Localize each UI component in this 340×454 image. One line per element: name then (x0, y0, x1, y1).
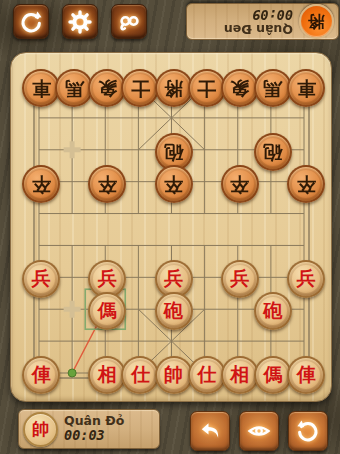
red-pawn-glyph: 兵 (297, 266, 316, 292)
black-advisor-glyph: 士 (197, 75, 216, 101)
piece-red-pawn[interactable]: 兵 (221, 260, 259, 298)
black-chariot-glyph: 車 (297, 75, 316, 101)
piece-red-cannon[interactable]: 砲 (155, 292, 193, 330)
piece-red-chariot[interactable]: 俥 (22, 356, 60, 394)
black-badge-glyph: 將 (308, 10, 325, 33)
black-cannon-glyph: 砲 (164, 139, 183, 165)
glasses-icon (117, 10, 141, 34)
black-pawn-glyph: 卒 (32, 171, 51, 197)
red-advisor-glyph: 仕 (197, 362, 216, 388)
black-elephant-glyph: 象 (230, 75, 249, 101)
piece-black-cannon[interactable]: 砲 (254, 133, 292, 171)
black-horse-glyph: 馬 (263, 75, 282, 101)
hint-button[interactable] (239, 411, 279, 451)
red-cannon-glyph: 砲 (164, 298, 183, 324)
restart-button[interactable] (288, 411, 328, 451)
red-general-badge: 帥 (23, 412, 58, 447)
red-elephant-glyph: 相 (98, 362, 117, 388)
black-general-badge: 將 (299, 4, 334, 39)
red-advisor-glyph: 仕 (131, 362, 150, 388)
red-pawn-glyph: 兵 (98, 266, 117, 292)
gear-icon (68, 10, 92, 34)
piece-black-pawn[interactable]: 卒 (22, 165, 60, 203)
black-pawn-glyph: 卒 (297, 171, 316, 197)
undo-button[interactable] (190, 411, 230, 451)
piece-red-advisor[interactable]: 仕 (121, 356, 159, 394)
piece-red-pawn[interactable]: 兵 (287, 260, 325, 298)
black-general-glyph: 將 (164, 75, 183, 101)
black-player-panel: 將 Quân Đen 00:09 (186, 3, 339, 40)
piece-black-pawn[interactable]: 卒 (155, 165, 193, 203)
piece-red-advisor[interactable]: 仕 (188, 356, 226, 394)
piece-red-general[interactable]: 帥 (155, 356, 193, 394)
piece-black-advisor[interactable]: 士 (121, 69, 159, 107)
black-player-name: Quân Đen (224, 22, 293, 36)
piece-red-cannon[interactable]: 砲 (254, 292, 292, 330)
undo-arrow-icon (198, 419, 222, 443)
red-badge-glyph: 帥 (32, 418, 49, 441)
rotate-cw-icon (19, 10, 43, 34)
red-player-name: Quân Đỏ (64, 414, 124, 428)
red-horse-glyph: 傌 (98, 298, 117, 324)
piece-black-advisor[interactable]: 士 (188, 69, 226, 107)
xiangqi-board[interactable]: 車馬象士將士象馬車砲砲卒卒卒卒卒兵兵兵兵兵傌砲砲俥相仕帥仕相傌俥 (10, 52, 332, 402)
black-player-clock: 00:09 (224, 7, 293, 23)
red-pawn-glyph: 兵 (32, 266, 51, 292)
piece-red-pawn[interactable]: 兵 (22, 260, 60, 298)
black-advisor-glyph: 士 (131, 75, 150, 101)
red-player-clock: 00:03 (64, 428, 124, 444)
red-player-panel: 帥 Quân Đỏ 00:03 (18, 409, 160, 449)
red-horse-glyph: 傌 (263, 362, 282, 388)
piece-black-pawn[interactable]: 卒 (221, 165, 259, 203)
spectate-button[interactable] (111, 4, 147, 39)
black-pawn-glyph: 卒 (98, 171, 117, 197)
piece-black-general[interactable]: 將 (155, 69, 193, 107)
red-chariot-glyph: 俥 (297, 362, 316, 388)
rotate-board-button[interactable] (13, 4, 49, 39)
red-general-glyph: 帥 (164, 362, 183, 388)
red-pawn-glyph: 兵 (164, 266, 183, 292)
black-cannon-glyph: 砲 (263, 139, 282, 165)
black-pawn-glyph: 卒 (230, 171, 249, 197)
red-chariot-glyph: 俥 (32, 362, 51, 388)
black-elephant-glyph: 象 (98, 75, 117, 101)
black-horse-glyph: 馬 (65, 75, 84, 101)
rotate-ccw-icon (296, 419, 320, 443)
settings-button[interactable] (62, 4, 98, 39)
piece-black-pawn[interactable]: 卒 (287, 165, 325, 203)
piece-black-chariot[interactable]: 車 (287, 69, 325, 107)
eye-icon (247, 419, 271, 443)
black-chariot-glyph: 車 (32, 75, 51, 101)
red-elephant-glyph: 相 (230, 362, 249, 388)
black-pawn-glyph: 卒 (164, 171, 183, 197)
piece-black-pawn[interactable]: 卒 (88, 165, 126, 203)
red-pawn-glyph: 兵 (230, 266, 249, 292)
xiangqi-app: 將 Quân Đen 00:09 車馬象士將士象馬車砲砲卒卒卒卒卒兵兵兵兵兵傌砲… (0, 0, 340, 454)
piece-red-chariot[interactable]: 俥 (287, 356, 325, 394)
red-cannon-glyph: 砲 (263, 298, 282, 324)
piece-red-horse[interactable]: 傌 (88, 292, 126, 330)
